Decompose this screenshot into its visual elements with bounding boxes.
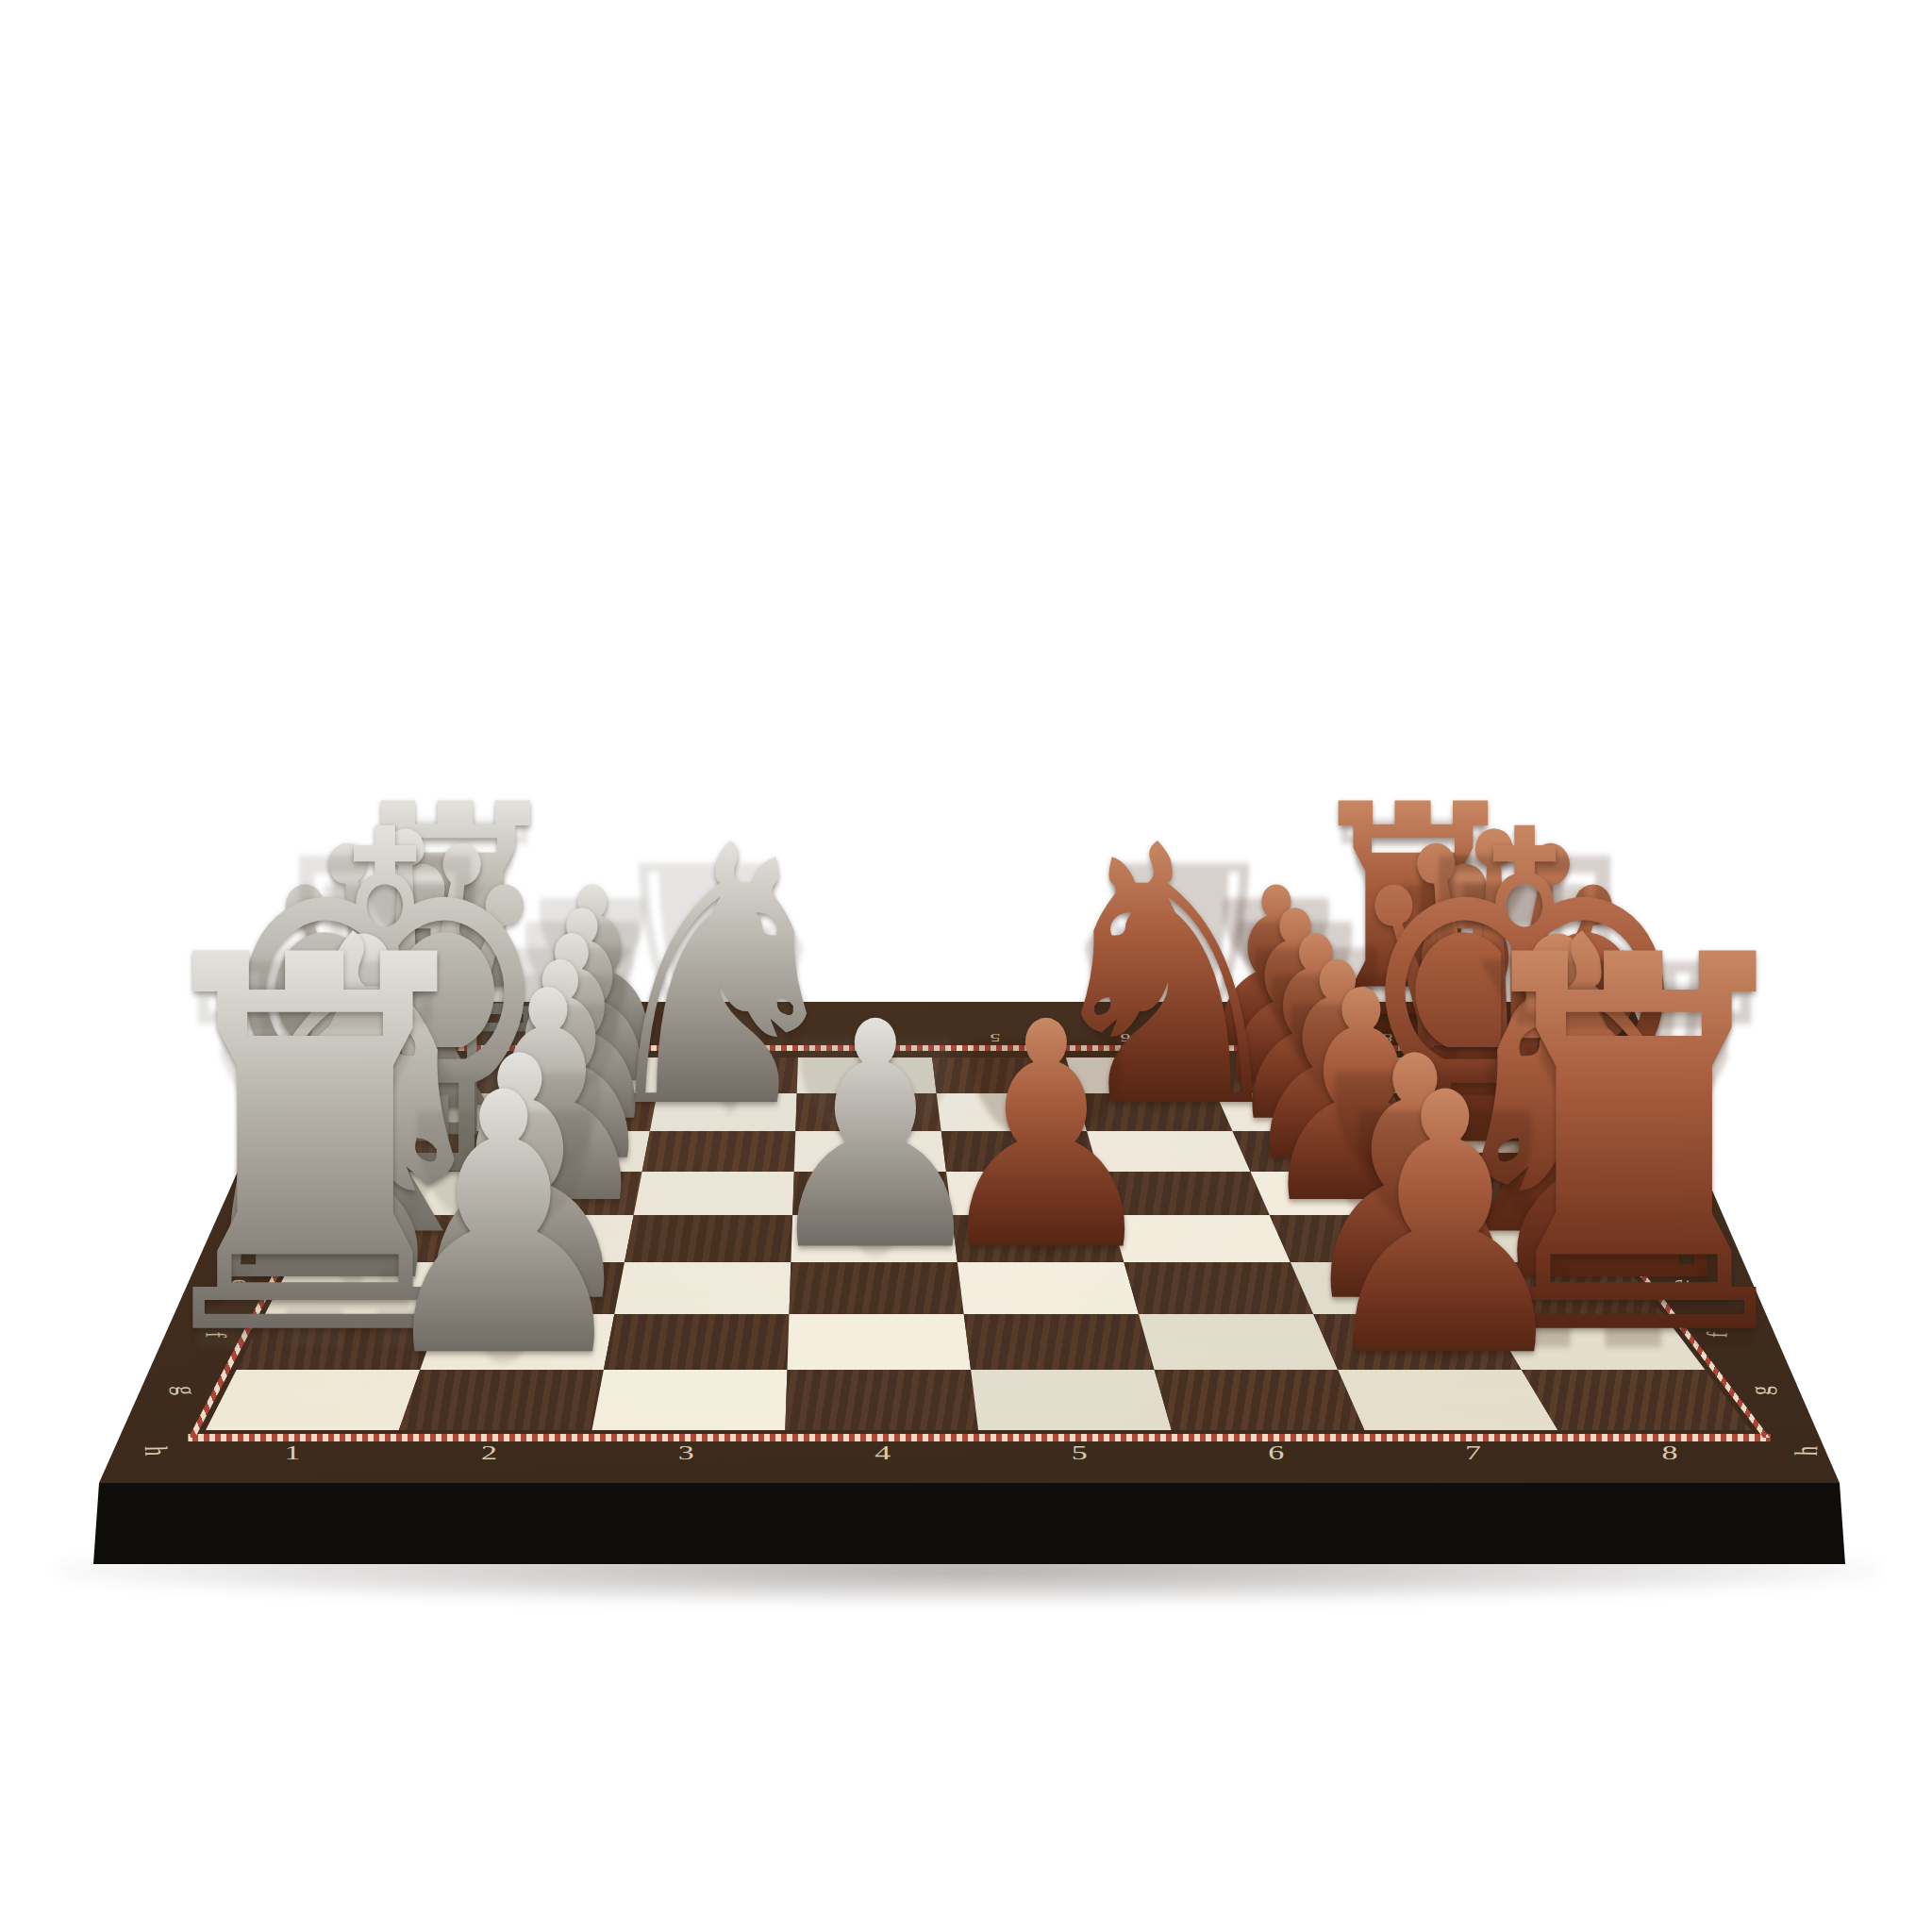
pawn-glyph: ♟: [368, 1047, 640, 1407]
white-pawn-h2[interactable]: ♟: [368, 1047, 640, 1407]
rank-label-near-4: 4: [874, 1441, 891, 1464]
product-photo-scene: 1234567812345678hhggffeeddccbbaa♜♜♟♟♜♜♟♟…: [0, 0, 1932, 1932]
black-pawn-h7[interactable]: ♟: [1309, 1047, 1581, 1407]
rank-label-near-5: 5: [1072, 1441, 1088, 1464]
rank-label-near-6: 6: [1268, 1441, 1284, 1464]
pawn-glyph: ♟: [1309, 1047, 1581, 1407]
rank-label-near-3: 3: [678, 1441, 694, 1464]
pawn-glyph: ♟: [928, 982, 1163, 1294]
black-pawn-f5[interactable]: ♟: [928, 982, 1163, 1294]
